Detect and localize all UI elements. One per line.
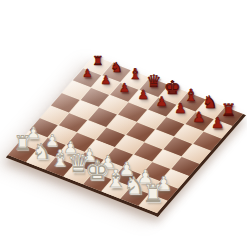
chessboard	[6, 56, 246, 217]
product-photo: ♜♞♝♛♚♝♞♜♟♟♟♟♟♟♟♟♟♟♟♟♟♟♟♟♜♞♝♛♚♝♞♜	[0, 0, 247, 247]
